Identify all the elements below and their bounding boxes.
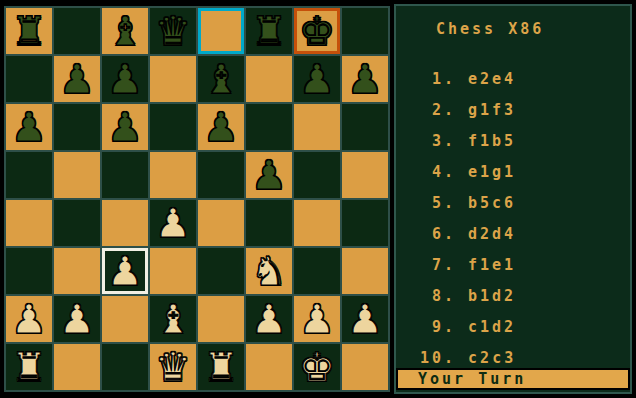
move-row: 5.b5c6 (420, 188, 624, 219)
square-f7[interactable] (246, 56, 292, 102)
square-d7[interactable] (150, 56, 196, 102)
move-row: 8.b1d2 (420, 281, 624, 312)
square-a2[interactable]: ♟ (6, 296, 52, 342)
square-h1[interactable] (342, 344, 388, 390)
black-pawn-piece[interactable]: ♟ (102, 104, 148, 150)
square-b4[interactable] (54, 200, 100, 246)
square-a6[interactable]: ♟ (6, 104, 52, 150)
black-king-piece[interactable]: ♚ (294, 8, 340, 54)
white-pawn-piece[interactable]: ♟ (6, 296, 52, 342)
move-number: 5. (420, 188, 456, 219)
black-pawn-piece[interactable]: ♟ (102, 56, 148, 102)
move-text: f1b5 (468, 126, 516, 157)
move-text: e2e4 (468, 64, 516, 95)
black-bishop-piece[interactable]: ♝ (198, 56, 244, 102)
move-text: f1e1 (468, 250, 516, 281)
square-g8[interactable]: ♚ (294, 8, 340, 54)
move-number: 4. (420, 157, 456, 188)
square-c5[interactable] (102, 152, 148, 198)
square-e7[interactable]: ♝ (198, 56, 244, 102)
square-h8[interactable] (342, 8, 388, 54)
move-text: b1d2 (468, 281, 516, 312)
square-b7[interactable]: ♟ (54, 56, 100, 102)
black-pawn-piece[interactable]: ♟ (6, 104, 52, 150)
square-g6[interactable] (294, 104, 340, 150)
move-list: 1.e2e42.g1f33.f1b54.e1g15.b5c66.d2d47.f1… (420, 64, 624, 374)
square-h4[interactable] (342, 200, 388, 246)
square-g7[interactable]: ♟ (294, 56, 340, 102)
square-h5[interactable] (342, 152, 388, 198)
white-bishop-piece[interactable]: ♝ (150, 296, 196, 342)
square-c3[interactable]: ♟ (102, 248, 148, 294)
square-h2[interactable]: ♟ (342, 296, 388, 342)
square-c7[interactable]: ♟ (102, 56, 148, 102)
square-b2[interactable]: ♟ (54, 296, 100, 342)
move-row: 4.e1g1 (420, 157, 624, 188)
app-title: Chess X86 (436, 20, 630, 38)
white-pawn-piece[interactable]: ♟ (102, 248, 148, 294)
square-f5[interactable]: ♟ (246, 152, 292, 198)
square-a1[interactable]: ♜ (6, 344, 52, 390)
square-a4[interactable] (6, 200, 52, 246)
square-c6[interactable]: ♟ (102, 104, 148, 150)
square-a7[interactable] (6, 56, 52, 102)
move-panel: Chess X86 1.e2e42.g1f33.f1b54.e1g15.b5c6… (394, 4, 632, 394)
square-d6[interactable] (150, 104, 196, 150)
move-text: g1f3 (468, 95, 516, 126)
black-queen-piece[interactable]: ♛ (150, 8, 196, 54)
move-row: 2.g1f3 (420, 95, 624, 126)
square-h6[interactable] (342, 104, 388, 150)
square-g2[interactable]: ♟ (294, 296, 340, 342)
square-c4[interactable] (102, 200, 148, 246)
square-f4[interactable] (246, 200, 292, 246)
square-e6[interactable]: ♟ (198, 104, 244, 150)
square-b1[interactable] (54, 344, 100, 390)
move-row: 1.e2e4 (420, 64, 624, 95)
white-pawn-piece[interactable]: ♟ (150, 200, 196, 246)
white-queen-piece[interactable]: ♛ (150, 344, 196, 390)
move-number: 7. (420, 250, 456, 281)
square-d2[interactable]: ♝ (150, 296, 196, 342)
square-g4[interactable] (294, 200, 340, 246)
black-pawn-piece[interactable]: ♟ (342, 56, 388, 102)
turn-status-bar: Your Turn (396, 368, 630, 390)
black-pawn-piece[interactable]: ♟ (54, 56, 100, 102)
square-f2[interactable]: ♟ (246, 296, 292, 342)
white-pawn-piece[interactable]: ♟ (54, 296, 100, 342)
square-e3[interactable] (198, 248, 244, 294)
move-text: b5c6 (468, 188, 516, 219)
white-pawn-piece[interactable]: ♟ (294, 296, 340, 342)
square-b3[interactable] (54, 248, 100, 294)
chess-board: ♜♝♛♜♚♟♟♝♟♟♟♟♟♟♟♟♞♟♟♝♟♟♟♜♛♜♚ (4, 6, 390, 392)
square-e2[interactable] (198, 296, 244, 342)
white-rook-piece[interactable]: ♜ (6, 344, 52, 390)
square-f8[interactable]: ♜ (246, 8, 292, 54)
square-b8[interactable] (54, 8, 100, 54)
black-pawn-piece[interactable]: ♟ (198, 104, 244, 150)
square-g1[interactable]: ♚ (294, 344, 340, 390)
black-bishop-piece[interactable]: ♝ (102, 8, 148, 54)
square-d8[interactable]: ♛ (150, 8, 196, 54)
square-f6[interactable] (246, 104, 292, 150)
square-c8[interactable]: ♝ (102, 8, 148, 54)
move-row: 9.c1d2 (420, 312, 624, 343)
move-text: d2d4 (468, 219, 516, 250)
square-e4[interactable] (198, 200, 244, 246)
square-d3[interactable] (150, 248, 196, 294)
square-f3[interactable]: ♞ (246, 248, 292, 294)
black-pawn-piece[interactable]: ♟ (294, 56, 340, 102)
square-f1[interactable] (246, 344, 292, 390)
move-number: 1. (420, 64, 456, 95)
move-number: 6. (420, 219, 456, 250)
white-king-piece[interactable]: ♚ (294, 344, 340, 390)
square-b6[interactable] (54, 104, 100, 150)
move-number: 2. (420, 95, 456, 126)
white-pawn-piece[interactable]: ♟ (246, 296, 292, 342)
square-c1[interactable] (102, 344, 148, 390)
square-h3[interactable] (342, 248, 388, 294)
square-b5[interactable] (54, 152, 100, 198)
move-number: 3. (420, 126, 456, 157)
white-pawn-piece[interactable]: ♟ (342, 296, 388, 342)
move-number: 8. (420, 281, 456, 312)
move-text: e1g1 (468, 157, 516, 188)
move-row: 6.d2d4 (420, 219, 624, 250)
chess-app-window: ♜♝♛♜♚♟♟♝♟♟♟♟♟♟♟♟♞♟♟♝♟♟♟♜♛♜♚ Chess X86 1.… (0, 0, 636, 398)
square-e1[interactable]: ♜ (198, 344, 244, 390)
square-d4[interactable]: ♟ (150, 200, 196, 246)
square-a5[interactable] (6, 152, 52, 198)
square-a8[interactable]: ♜ (6, 8, 52, 54)
square-h7[interactable]: ♟ (342, 56, 388, 102)
square-d5[interactable] (150, 152, 196, 198)
move-row: 7.f1e1 (420, 250, 624, 281)
square-g5[interactable] (294, 152, 340, 198)
square-g3[interactable] (294, 248, 340, 294)
move-number: 9. (420, 312, 456, 343)
white-knight-piece[interactable]: ♞ (246, 248, 292, 294)
white-rook-piece[interactable]: ♜ (198, 344, 244, 390)
square-d1[interactable]: ♛ (150, 344, 196, 390)
black-rook-piece[interactable]: ♜ (6, 8, 52, 54)
black-rook-piece[interactable]: ♜ (246, 8, 292, 54)
move-text: c1d2 (468, 312, 516, 343)
square-c2[interactable] (102, 296, 148, 342)
black-pawn-piece[interactable]: ♟ (246, 152, 292, 198)
square-a3[interactable] (6, 248, 52, 294)
square-e8[interactable] (198, 8, 244, 54)
move-row: 3.f1b5 (420, 126, 624, 157)
square-e5[interactable] (198, 152, 244, 198)
